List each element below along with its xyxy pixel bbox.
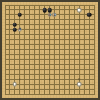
white-stone	[13, 82, 18, 87]
grid-line-vertical	[84, 5, 85, 95]
move-number-label: 6	[53, 13, 55, 16]
hoshi-point	[49, 49, 51, 51]
black-stone	[18, 13, 23, 18]
grid-line-vertical	[89, 5, 90, 95]
black-stone	[87, 13, 92, 18]
grid-line-horizontal	[5, 89, 95, 90]
grid-line-horizontal	[5, 69, 95, 70]
grid-line-vertical	[94, 5, 95, 95]
black-stone	[13, 27, 18, 32]
grid-line-horizontal	[5, 74, 95, 75]
grid-line-vertical	[69, 5, 70, 95]
hoshi-point	[19, 49, 21, 51]
hoshi-point	[19, 78, 21, 80]
grid-line-vertical	[74, 5, 75, 95]
white-stone: 6	[52, 13, 57, 18]
black-stone	[42, 8, 47, 13]
grid-line-horizontal	[5, 94, 95, 95]
board-frame: 846	[0, 0, 100, 100]
grid-line-vertical	[59, 5, 60, 95]
white-stone	[77, 8, 82, 13]
white-stone: 8	[18, 27, 23, 32]
white-stone: 4	[47, 13, 52, 18]
hoshi-point	[49, 78, 51, 80]
grid-line-horizontal	[5, 59, 95, 60]
grid-line-vertical	[64, 5, 65, 95]
go-board[interactable]: 846	[2, 2, 98, 98]
grid-line-horizontal	[5, 54, 95, 55]
hoshi-point	[78, 78, 80, 80]
hoshi-point	[49, 19, 51, 21]
black-stone	[47, 8, 52, 13]
hoshi-point	[19, 19, 21, 21]
grid-line-vertical	[54, 5, 55, 95]
move-number-label: 8	[19, 28, 21, 31]
grid-line-horizontal	[5, 64, 95, 65]
black-stone	[13, 22, 18, 27]
hoshi-point	[78, 49, 80, 51]
hoshi-point	[78, 19, 80, 21]
move-number-label: 4	[48, 13, 50, 16]
white-stone	[77, 82, 82, 87]
